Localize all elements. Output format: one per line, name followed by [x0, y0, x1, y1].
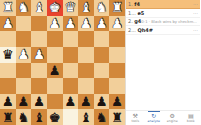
square-d3[interactable]	[63, 31, 79, 47]
square-e8[interactable]: ♚	[47, 109, 63, 125]
move-san: f4	[134, 1, 140, 7]
move-san: g4	[134, 18, 141, 24]
square-c7[interactable]: ♟	[78, 94, 94, 110]
black-bishop-piece: ♝	[80, 110, 92, 123]
square-e7[interactable]	[47, 94, 63, 110]
square-c8[interactable]: ♝	[78, 109, 94, 125]
square-c5[interactable]	[78, 63, 94, 79]
move-number: 2...	[128, 27, 136, 33]
square-f7[interactable]: ♟	[31, 94, 47, 110]
square-d7[interactable]: ♟	[63, 94, 79, 110]
black-pawn-piece: ♟	[18, 95, 30, 108]
square-f4[interactable]: ♟	[31, 47, 47, 63]
square-c3[interactable]	[78, 31, 94, 47]
square-g2[interactable]	[16, 16, 32, 32]
square-h7[interactable]: ♟	[0, 94, 16, 110]
toolbar-item-label: engine	[167, 120, 178, 123]
black-pawn-piece: ♟	[2, 95, 14, 108]
white-pawn-piece: ♟	[111, 16, 123, 29]
square-d4[interactable]	[63, 47, 79, 63]
bottom-toolbar: ⚒tools↻analyze⚙engine▤book	[126, 110, 200, 125]
black-pawn-piece: ♟	[96, 95, 108, 108]
square-g4[interactable]: ♟	[16, 47, 32, 63]
square-e1[interactable]: ♚	[47, 0, 63, 16]
square-d2[interactable]: ♟	[63, 16, 79, 32]
square-f5[interactable]	[31, 63, 47, 79]
square-g5[interactable]	[16, 63, 32, 79]
square-e6[interactable]	[47, 78, 63, 94]
square-f3[interactable]	[31, 31, 47, 47]
move-san: Qh4#	[137, 27, 152, 33]
square-b3[interactable]	[94, 31, 110, 47]
black-pawn-piece: ♟	[111, 95, 123, 108]
square-g8[interactable]: ♞	[16, 109, 32, 125]
square-d8[interactable]	[63, 109, 79, 125]
white-pawn-piece: ♟	[64, 16, 76, 29]
square-h5[interactable]	[0, 63, 16, 79]
chess-board: ♜♞♝♚♛♝♞♜♟♟♟♟♟♟♛♟♟♟♟♟♟♟♟♟♟♜♞♝♚♝♞♜	[0, 0, 125, 125]
square-c2[interactable]: ♟	[78, 16, 94, 32]
move-row-2[interactable]: 1...e5⋯	[126, 9, 200, 18]
toolbar-item-tools[interactable]: ⚒tools	[126, 111, 145, 125]
move-san: e5	[137, 10, 144, 16]
black-queen-piece: ♛	[2, 48, 14, 61]
square-b7[interactable]: ♟	[94, 94, 110, 110]
white-bishop-piece: ♝	[80, 1, 92, 14]
square-g1[interactable]: ♞	[16, 0, 32, 16]
toolbar-item-book[interactable]: ▤book	[182, 111, 201, 125]
black-knight-piece: ♞	[96, 110, 108, 123]
white-pawn-piece: ♟	[80, 16, 92, 29]
square-e2[interactable]: ♟	[47, 16, 63, 32]
square-a4[interactable]	[109, 47, 125, 63]
toolbar-item-label: book	[187, 120, 195, 123]
square-g6[interactable]	[16, 78, 32, 94]
square-b8[interactable]: ♞	[94, 109, 110, 125]
square-h3[interactable]	[0, 31, 16, 47]
move-number: 2.	[128, 18, 133, 24]
white-pawn-piece: ♟	[2, 16, 14, 29]
move-number: 1.	[128, 1, 133, 7]
move-row-3[interactable]: 2.g40-1 · Black wins by checkmate	[126, 18, 200, 27]
move-list: 1.f4⋯1...e5⋯2.g40-1 · Black wins by chec…	[126, 0, 200, 35]
square-e3[interactable]	[47, 31, 63, 47]
white-rook-piece: ♜	[2, 1, 14, 14]
black-king-piece: ♚	[49, 110, 61, 123]
white-knight-piece: ♞	[18, 1, 30, 14]
black-pawn-piece: ♟	[49, 63, 61, 76]
square-b4[interactable]	[94, 47, 110, 63]
active-tab-indicator	[148, 111, 161, 112]
white-rook-piece: ♜	[111, 1, 123, 14]
square-f6[interactable]	[31, 78, 47, 94]
black-pawn-piece: ♟	[80, 95, 92, 108]
square-a8[interactable]: ♜	[109, 109, 125, 125]
black-knight-piece: ♞	[18, 110, 30, 123]
black-rook-piece: ♜	[111, 110, 123, 123]
square-b6[interactable]	[94, 78, 110, 94]
square-a7[interactable]: ♟	[109, 94, 125, 110]
square-h4[interactable]: ♛	[0, 47, 16, 63]
square-d6[interactable]	[63, 78, 79, 94]
square-a1[interactable]: ♜	[109, 0, 125, 16]
square-d1[interactable]: ♛	[63, 0, 79, 16]
black-bishop-piece: ♝	[33, 110, 45, 123]
square-f1[interactable]: ♝	[31, 0, 47, 16]
black-pawn-piece: ♟	[64, 95, 76, 108]
toolbar-item-label: analyze	[148, 120, 160, 123]
white-pawn-piece: ♟	[33, 48, 45, 61]
white-pawn-piece: ♟	[49, 16, 61, 29]
white-knight-piece: ♞	[96, 1, 108, 14]
square-c4[interactable]	[78, 47, 94, 63]
square-b2[interactable]: ♟	[94, 16, 110, 32]
square-a6[interactable]	[109, 78, 125, 94]
move-row-4[interactable]: 2...Qh4#⋯	[126, 26, 200, 35]
toolbar-item-label: tools	[131, 120, 139, 123]
white-queen-piece: ♛	[64, 1, 76, 14]
square-f8[interactable]: ♝	[31, 109, 47, 125]
square-h2[interactable]: ♟	[0, 16, 16, 32]
square-c1[interactable]: ♝	[78, 0, 94, 16]
square-a2[interactable]: ♟	[109, 16, 125, 32]
square-e5[interactable]: ♟	[47, 63, 63, 79]
white-pawn-piece: ♟	[18, 48, 30, 61]
row-options-icon[interactable]: ⋯	[193, 10, 198, 16]
move-row-1[interactable]: 1.f4⋯	[126, 0, 200, 9]
square-g7[interactable]: ♟	[16, 94, 32, 110]
square-g3[interactable]	[16, 31, 32, 47]
square-h1[interactable]: ♜	[0, 0, 16, 16]
square-h6[interactable]	[0, 78, 16, 94]
square-a3[interactable]	[109, 31, 125, 47]
toolbar-item-engine[interactable]: ⚙engine	[163, 111, 182, 125]
square-e4[interactable]	[47, 47, 63, 63]
square-f2[interactable]	[31, 16, 47, 32]
white-bishop-piece: ♝	[33, 1, 45, 14]
square-b5[interactable]	[94, 63, 110, 79]
square-d5[interactable]	[63, 63, 79, 79]
analysis-panel: 1.f4⋯1...e5⋯2.g40-1 · Black wins by chec…	[125, 0, 200, 125]
white-pawn-piece: ♟	[96, 16, 108, 29]
result-note: 0-1 · Black wins by checkmate	[141, 19, 198, 24]
chess-app-window: ♜♞♝♚♛♝♞♜♟♟♟♟♟♟♛♟♟♟♟♟♟♟♟♟♟♜♞♝♚♝♞♜ 1.f4⋯1.…	[0, 0, 200, 125]
black-rook-piece: ♜	[2, 110, 14, 123]
row-options-icon[interactable]: ⋯	[193, 27, 198, 33]
panel-empty-area	[126, 35, 200, 110]
black-pawn-piece: ♟	[33, 95, 45, 108]
move-number: 1...	[128, 10, 136, 16]
square-c6[interactable]	[78, 78, 94, 94]
toolbar-item-analyze[interactable]: ↻analyze	[145, 111, 164, 125]
white-king-piece: ♚	[49, 1, 61, 14]
row-options-icon[interactable]: ⋯	[193, 1, 198, 7]
square-b1[interactable]: ♞	[94, 0, 110, 16]
square-a5[interactable]	[109, 63, 125, 79]
square-h8[interactable]: ♜	[0, 109, 16, 125]
